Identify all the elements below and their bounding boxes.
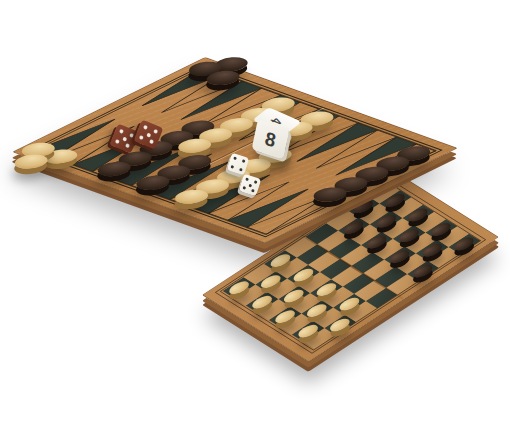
product-photo-scene: 4 8	[0, 0, 510, 436]
